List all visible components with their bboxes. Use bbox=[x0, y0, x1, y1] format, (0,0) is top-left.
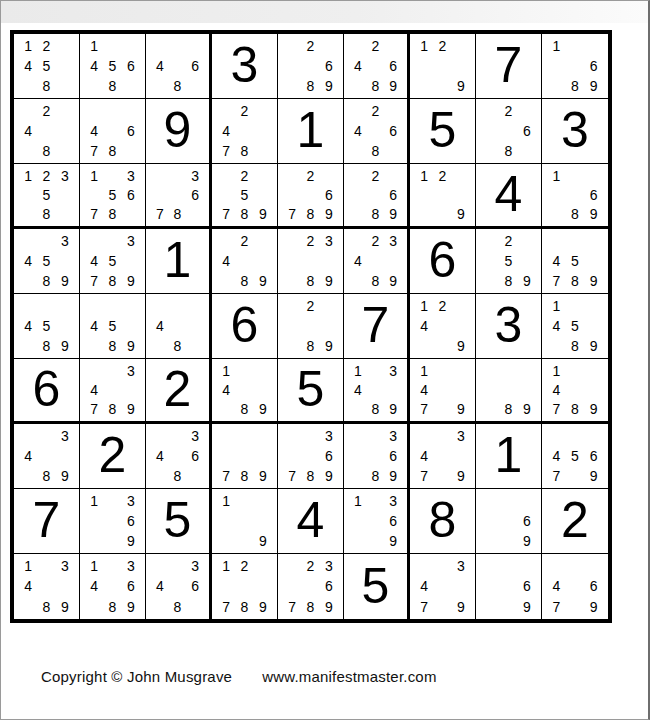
candidate-digit: 8 bbox=[169, 205, 187, 224]
cell-r6c3[interactable]: 2 bbox=[146, 359, 212, 424]
cell-r2c2[interactable]: 4678 bbox=[80, 99, 146, 164]
cell-r1c6[interactable]: 24689 bbox=[344, 34, 410, 99]
candidate-digit: 9 bbox=[452, 597, 470, 617]
candidate-digit: 1 bbox=[547, 361, 566, 380]
candidate-digit: 9 bbox=[384, 400, 402, 419]
candidate-digit: 4 bbox=[415, 316, 433, 336]
cell-r6c5[interactable]: 5 bbox=[278, 359, 344, 424]
candidate-digit: 5 bbox=[235, 185, 253, 204]
candidate-digit: 9 bbox=[122, 400, 140, 419]
candidate-digit: 2 bbox=[235, 556, 253, 576]
candidate-digit: 9 bbox=[452, 400, 470, 419]
candidate-digit: 9 bbox=[584, 76, 603, 96]
candidate-digit: 7 bbox=[217, 597, 235, 617]
candidate-digit: 4 bbox=[217, 380, 235, 399]
candidate-digit: 7 bbox=[283, 205, 301, 224]
candidate-grid: 23489 bbox=[344, 229, 407, 293]
candidate-digit: 8 bbox=[235, 597, 253, 617]
candidate-digit: 4 bbox=[547, 251, 566, 271]
candidate-digit: 9 bbox=[584, 400, 603, 419]
candidate-grid: 1689 bbox=[542, 34, 608, 98]
cell-r3c1[interactable]: 12358 bbox=[14, 164, 80, 229]
candidate-digit: 5 bbox=[499, 251, 517, 271]
candidate-digit: 9 bbox=[384, 205, 402, 224]
cell-r4c5[interactable]: 2389 bbox=[278, 229, 344, 294]
cell-r3c2[interactable]: 135678 bbox=[80, 164, 146, 229]
cell-r7c9[interactable]: 45679 bbox=[542, 424, 608, 489]
cell-r3c9[interactable]: 1689 bbox=[542, 164, 608, 229]
candidate-digit: 6 bbox=[320, 576, 338, 596]
candidate-digit: 8 bbox=[235, 205, 253, 224]
candidate-digit: 4 bbox=[151, 446, 169, 466]
cell-r8c3[interactable]: 5 bbox=[146, 489, 212, 554]
candidate-digit: 7 bbox=[85, 271, 103, 291]
candidate-digit: 9 bbox=[384, 531, 402, 551]
candidate-digit: 6 bbox=[384, 121, 402, 141]
candidate-digit: 9 bbox=[122, 336, 140, 356]
cell-r6c9[interactable]: 14789 bbox=[542, 359, 608, 424]
candidate-digit: 8 bbox=[499, 400, 517, 419]
candidate-digit: 8 bbox=[103, 205, 121, 224]
candidate-grid: 24689 bbox=[344, 34, 407, 98]
candidate-grid: 12789 bbox=[212, 554, 277, 619]
candidate-digit: 2 bbox=[367, 166, 385, 185]
candidate-grid: 1489 bbox=[212, 359, 277, 421]
candidate-digit: 6 bbox=[320, 446, 338, 466]
cell-r9c7[interactable]: 3479 bbox=[410, 554, 476, 619]
cell-r6c2[interactable]: 34789 bbox=[80, 359, 146, 424]
candidate-digit: 3 bbox=[186, 426, 204, 446]
candidate-digit: 1 bbox=[349, 361, 367, 380]
candidate-grid: 3468 bbox=[146, 554, 209, 619]
candidate-digit: 4 bbox=[19, 251, 37, 271]
cell-r8c2[interactable]: 1369 bbox=[80, 489, 146, 554]
cell-r8c9[interactable]: 2 bbox=[542, 489, 608, 554]
candidate-digit: 6 bbox=[122, 576, 140, 596]
cell-r8c8[interactable]: 69 bbox=[476, 489, 542, 554]
candidate-digit: 4 bbox=[151, 56, 169, 76]
candidate-digit: 8 bbox=[37, 466, 55, 486]
candidate-digit: 7 bbox=[547, 400, 566, 419]
candidate-digit: 4 bbox=[85, 121, 103, 141]
candidate-digit: 2 bbox=[433, 296, 451, 316]
candidate-digit: 9 bbox=[384, 76, 402, 96]
cell-r7c7[interactable]: 3479 bbox=[410, 424, 476, 489]
cell-value: 1 bbox=[495, 430, 523, 480]
candidate-digit: 8 bbox=[103, 76, 121, 96]
candidate-digit: 4 bbox=[547, 446, 566, 466]
candidate-digit: 3 bbox=[56, 231, 74, 251]
cell-value: 4 bbox=[495, 169, 523, 219]
cell-r6c1[interactable]: 6 bbox=[14, 359, 80, 424]
candidate-digit: 2 bbox=[301, 556, 319, 576]
cell-r9c4[interactable]: 12789 bbox=[212, 554, 278, 619]
cell-r7c5[interactable]: 36789 bbox=[278, 424, 344, 489]
cell-r7c2[interactable]: 2 bbox=[80, 424, 146, 489]
candidate-digit: 5 bbox=[37, 251, 55, 271]
window-top-strip bbox=[1, 1, 648, 23]
candidate-digit: 8 bbox=[37, 205, 55, 224]
cell-r1c3[interactable]: 468 bbox=[146, 34, 212, 99]
cell-r9c5[interactable]: 236789 bbox=[278, 554, 344, 619]
candidate-digit: 6 bbox=[384, 56, 402, 76]
candidate-digit: 6 bbox=[518, 576, 536, 596]
candidate-digit: 4 bbox=[85, 251, 103, 271]
candidate-digit: 9 bbox=[122, 597, 140, 617]
candidate-grid: 236789 bbox=[278, 554, 343, 619]
candidate-digit: 9 bbox=[518, 531, 536, 551]
cell-r2c5[interactable]: 1 bbox=[278, 99, 344, 164]
candidate-digit: 3 bbox=[384, 361, 402, 380]
candidate-digit: 3 bbox=[56, 556, 74, 576]
cell-r9c6[interactable]: 5 bbox=[344, 554, 410, 619]
candidate-digit: 8 bbox=[103, 271, 121, 291]
candidate-digit: 5 bbox=[37, 316, 55, 336]
candidate-digit: 9 bbox=[320, 205, 338, 224]
candidate-digit: 2 bbox=[37, 101, 55, 121]
candidate-digit: 5 bbox=[37, 56, 55, 76]
candidate-digit: 9 bbox=[122, 271, 140, 291]
candidate-digit: 7 bbox=[283, 597, 301, 617]
candidate-grid: 69 bbox=[476, 489, 541, 553]
cell-r8c5[interactable]: 4 bbox=[278, 489, 344, 554]
candidate-digit: 4 bbox=[349, 56, 367, 76]
cell-value: 5 bbox=[362, 561, 390, 611]
candidate-digit: 3 bbox=[186, 556, 204, 576]
copyright-text: Copyright © John Musgrave bbox=[41, 668, 232, 685]
cell-r1c1[interactable]: 12458 bbox=[14, 34, 80, 99]
candidate-digit: 2 bbox=[433, 36, 451, 56]
candidate-digit: 1 bbox=[85, 36, 103, 56]
cell-r2c9[interactable]: 3 bbox=[542, 99, 608, 164]
cell-r1c4[interactable]: 3 bbox=[212, 34, 278, 99]
candidate-digit: 8 bbox=[367, 271, 385, 291]
cell-r3c8[interactable]: 4 bbox=[476, 164, 542, 229]
candidate-digit: 9 bbox=[452, 466, 470, 486]
candidate-digit: 9 bbox=[320, 76, 338, 96]
candidate-digit: 3 bbox=[384, 231, 402, 251]
candidate-grid: 13489 bbox=[14, 554, 79, 619]
candidate-digit: 8 bbox=[566, 271, 585, 291]
candidate-digit: 1 bbox=[85, 556, 103, 576]
candidate-digit: 8 bbox=[37, 336, 55, 356]
candidate-grid: 36789 bbox=[278, 424, 343, 488]
page: 1245814568468326892468912971689248467892… bbox=[0, 0, 650, 720]
candidate-digit: 4 bbox=[85, 380, 103, 399]
cell-r9c3[interactable]: 3468 bbox=[146, 554, 212, 619]
candidate-grid: 45789 bbox=[542, 229, 608, 293]
cell-r5c3[interactable]: 48 bbox=[146, 294, 212, 359]
candidate-digit: 8 bbox=[566, 205, 585, 224]
candidate-digit: 4 bbox=[19, 56, 37, 76]
candidate-digit: 8 bbox=[566, 336, 585, 356]
cell-value: 2 bbox=[164, 364, 192, 414]
cell-r9c9[interactable]: 4679 bbox=[542, 554, 608, 619]
candidate-digit: 4 bbox=[415, 576, 433, 596]
candidate-digit: 9 bbox=[518, 597, 536, 617]
cell-value: 4 bbox=[297, 495, 325, 545]
candidate-digit: 6 bbox=[186, 56, 204, 76]
candidate-digit: 8 bbox=[367, 466, 385, 486]
cell-r1c7[interactable]: 129 bbox=[410, 34, 476, 99]
candidate-digit: 9 bbox=[254, 597, 272, 617]
cell-r6c8[interactable]: 89 bbox=[476, 359, 542, 424]
candidate-digit: 7 bbox=[217, 205, 235, 224]
cell-r4c4[interactable]: 2489 bbox=[212, 229, 278, 294]
candidate-grid: 12458 bbox=[14, 34, 79, 98]
cell-r2c1[interactable]: 248 bbox=[14, 99, 80, 164]
cell-r3c7[interactable]: 129 bbox=[410, 164, 476, 229]
candidate-grid: 789 bbox=[212, 424, 277, 488]
candidate-digit: 7 bbox=[217, 141, 235, 161]
candidate-digit: 9 bbox=[254, 271, 272, 291]
candidate-digit: 9 bbox=[254, 531, 272, 551]
candidate-digit: 2 bbox=[433, 166, 451, 185]
candidate-digit: 4 bbox=[85, 316, 103, 336]
cell-r9c1[interactable]: 13489 bbox=[14, 554, 80, 619]
cell-value: 1 bbox=[164, 235, 192, 285]
candidate-digit: 8 bbox=[103, 336, 121, 356]
candidate-grid: 289 bbox=[278, 294, 343, 358]
candidate-digit: 6 bbox=[122, 185, 140, 204]
candidate-digit: 5 bbox=[566, 251, 585, 271]
candidate-digit: 6 bbox=[186, 185, 204, 204]
cell-value: 3 bbox=[495, 300, 523, 350]
candidate-digit: 8 bbox=[301, 76, 319, 96]
candidate-digit: 5 bbox=[103, 56, 121, 76]
candidate-digit: 9 bbox=[254, 205, 272, 224]
cell-value: 3 bbox=[561, 105, 589, 155]
cell-r9c8[interactable]: 69 bbox=[476, 554, 542, 619]
candidate-digit: 8 bbox=[367, 76, 385, 96]
candidate-digit: 2 bbox=[367, 101, 385, 121]
cell-r2c6[interactable]: 2468 bbox=[344, 99, 410, 164]
candidate-digit: 9 bbox=[384, 466, 402, 486]
candidate-grid: 1249 bbox=[410, 294, 475, 358]
cell-r2c7[interactable]: 5 bbox=[410, 99, 476, 164]
candidate-digit: 6 bbox=[122, 511, 140, 531]
cell-r7c6[interactable]: 3689 bbox=[344, 424, 410, 489]
candidate-grid: 3489 bbox=[14, 424, 79, 488]
candidate-digit: 4 bbox=[547, 576, 566, 596]
candidate-digit: 2 bbox=[499, 101, 517, 121]
candidate-digit: 3 bbox=[122, 556, 140, 576]
candidate-grid: 3479 bbox=[410, 424, 475, 488]
candidate-digit: 7 bbox=[85, 205, 103, 224]
candidate-digit: 1 bbox=[217, 491, 235, 511]
candidate-grid: 2478 bbox=[212, 99, 277, 163]
sudoku-board: 1245814568468326892468912971689248467892… bbox=[10, 30, 612, 623]
candidate-grid: 134689 bbox=[80, 554, 145, 619]
cell-r3c4[interactable]: 25789 bbox=[212, 164, 278, 229]
cell-r5c8[interactable]: 3 bbox=[476, 294, 542, 359]
candidate-digit: 8 bbox=[301, 205, 319, 224]
candidate-digit: 4 bbox=[217, 121, 235, 141]
candidate-digit: 4 bbox=[217, 251, 235, 271]
cell-r4c1[interactable]: 34589 bbox=[14, 229, 80, 294]
candidate-digit: 8 bbox=[169, 597, 187, 617]
candidate-digit: 9 bbox=[452, 76, 470, 96]
candidate-digit: 8 bbox=[301, 597, 319, 617]
candidate-digit: 1 bbox=[415, 361, 433, 380]
candidate-digit: 3 bbox=[186, 166, 204, 185]
candidate-digit: 9 bbox=[384, 271, 402, 291]
cell-r2c4[interactable]: 2478 bbox=[212, 99, 278, 164]
candidate-grid: 3468 bbox=[146, 424, 209, 488]
candidate-grid: 19 bbox=[212, 489, 277, 553]
cell-r6c7[interactable]: 1479 bbox=[410, 359, 476, 424]
candidate-digit: 6 bbox=[584, 56, 603, 76]
cell-r8c7[interactable]: 8 bbox=[410, 489, 476, 554]
candidate-digit: 2 bbox=[235, 231, 253, 251]
cell-r4c6[interactable]: 23489 bbox=[344, 229, 410, 294]
candidate-digit: 1 bbox=[547, 296, 566, 316]
candidate-grid: 2589 bbox=[476, 229, 541, 293]
candidate-digit: 6 bbox=[186, 446, 204, 466]
cell-r1c5[interactable]: 2689 bbox=[278, 34, 344, 99]
candidate-grid: 135678 bbox=[80, 164, 145, 226]
candidate-digit: 9 bbox=[584, 597, 603, 617]
candidate-digit: 6 bbox=[584, 446, 603, 466]
candidate-grid: 3689 bbox=[344, 424, 407, 488]
candidate-digit: 8 bbox=[566, 76, 585, 96]
candidate-digit: 4 bbox=[19, 446, 37, 466]
cell-r1c8[interactable]: 7 bbox=[476, 34, 542, 99]
cell-r5c2[interactable]: 4589 bbox=[80, 294, 146, 359]
cell-r7c8[interactable]: 1 bbox=[476, 424, 542, 489]
cell-value: 7 bbox=[495, 40, 523, 90]
candidate-grid: 345789 bbox=[80, 229, 145, 293]
candidate-digit: 6 bbox=[384, 446, 402, 466]
candidate-digit: 6 bbox=[186, 576, 204, 596]
candidate-digit: 5 bbox=[103, 251, 121, 271]
cell-value: 6 bbox=[33, 364, 61, 414]
cell-r5c5[interactable]: 289 bbox=[278, 294, 344, 359]
candidate-digit: 9 bbox=[320, 597, 338, 617]
candidate-digit: 8 bbox=[499, 141, 517, 161]
candidate-digit: 9 bbox=[56, 271, 74, 291]
candidate-digit: 7 bbox=[85, 141, 103, 161]
candidate-digit: 9 bbox=[56, 466, 74, 486]
candidate-digit: 3 bbox=[56, 166, 74, 185]
cell-r5c4[interactable]: 6 bbox=[212, 294, 278, 359]
cell-r6c6[interactable]: 13489 bbox=[344, 359, 410, 424]
cell-r4c8[interactable]: 2589 bbox=[476, 229, 542, 294]
cell-r1c2[interactable]: 14568 bbox=[80, 34, 146, 99]
cell-r5c1[interactable]: 4589 bbox=[14, 294, 80, 359]
candidate-digit: 1 bbox=[85, 491, 103, 511]
candidate-digit: 1 bbox=[19, 556, 37, 576]
cell-r4c2[interactable]: 345789 bbox=[80, 229, 146, 294]
candidate-digit: 1 bbox=[415, 296, 433, 316]
cell-r8c1[interactable]: 7 bbox=[14, 489, 80, 554]
candidate-digit: 9 bbox=[452, 336, 470, 356]
candidate-grid: 13489 bbox=[344, 359, 407, 421]
candidate-digit: 8 bbox=[37, 141, 55, 161]
candidate-digit: 9 bbox=[254, 400, 272, 419]
cell-r1c9[interactable]: 1689 bbox=[542, 34, 608, 99]
cell-value: 7 bbox=[33, 495, 61, 545]
candidate-grid: 14568 bbox=[80, 34, 145, 98]
cell-r3c5[interactable]: 26789 bbox=[278, 164, 344, 229]
candidate-digit: 9 bbox=[518, 400, 536, 419]
candidate-digit: 1 bbox=[19, 166, 37, 185]
cell-value: 1 bbox=[297, 105, 325, 155]
candidate-digit: 1 bbox=[217, 361, 235, 380]
candidate-grid: 1369 bbox=[344, 489, 407, 553]
cell-r3c6[interactable]: 2689 bbox=[344, 164, 410, 229]
candidate-digit: 3 bbox=[320, 231, 338, 251]
cell-r2c8[interactable]: 268 bbox=[476, 99, 542, 164]
candidate-digit: 5 bbox=[103, 185, 121, 204]
cell-r8c6[interactable]: 1369 bbox=[344, 489, 410, 554]
cell-r4c3[interactable]: 1 bbox=[146, 229, 212, 294]
candidate-digit: 8 bbox=[169, 336, 187, 356]
candidate-digit: 3 bbox=[384, 491, 402, 511]
candidate-digit: 1 bbox=[547, 166, 566, 185]
candidate-digit: 3 bbox=[122, 166, 140, 185]
cell-r7c1[interactable]: 3489 bbox=[14, 424, 80, 489]
candidate-grid: 34589 bbox=[14, 229, 79, 293]
candidate-grid: 12358 bbox=[14, 164, 79, 226]
candidate-digit: 4 bbox=[349, 380, 367, 399]
footer: Copyright © John Musgravewww.manifestmas… bbox=[41, 668, 648, 685]
cell-r5c9[interactable]: 14589 bbox=[542, 294, 608, 359]
cell-r4c9[interactable]: 45789 bbox=[542, 229, 608, 294]
cell-r4c7[interactable]: 6 bbox=[410, 229, 476, 294]
candidate-digit: 3 bbox=[320, 556, 338, 576]
candidate-digit: 9 bbox=[584, 205, 603, 224]
candidate-digit: 8 bbox=[301, 271, 319, 291]
cell-value: 7 bbox=[362, 300, 390, 350]
candidate-digit: 8 bbox=[499, 271, 517, 291]
candidate-digit: 8 bbox=[235, 400, 253, 419]
cell-r3c3[interactable]: 3678 bbox=[146, 164, 212, 229]
cell-r5c7[interactable]: 1249 bbox=[410, 294, 476, 359]
candidate-grid: 2468 bbox=[344, 99, 407, 163]
candidate-digit: 2 bbox=[499, 231, 517, 251]
candidate-digit: 6 bbox=[584, 576, 603, 596]
candidate-digit: 8 bbox=[103, 400, 121, 419]
cell-r5c6[interactable]: 7 bbox=[344, 294, 410, 359]
candidate-digit: 7 bbox=[547, 597, 566, 617]
candidate-digit: 9 bbox=[452, 205, 470, 224]
candidate-grid: 468 bbox=[146, 34, 209, 98]
candidate-digit: 9 bbox=[584, 271, 603, 291]
candidate-digit: 8 bbox=[367, 141, 385, 161]
candidate-digit: 1 bbox=[349, 491, 367, 511]
cell-r7c3[interactable]: 3468 bbox=[146, 424, 212, 489]
candidate-grid: 1479 bbox=[410, 359, 475, 421]
candidate-digit: 8 bbox=[37, 76, 55, 96]
cell-r2c3[interactable]: 9 bbox=[146, 99, 212, 164]
candidate-grid: 2689 bbox=[344, 164, 407, 226]
candidate-digit: 4 bbox=[547, 316, 566, 336]
cell-r6c4[interactable]: 1489 bbox=[212, 359, 278, 424]
candidate-digit: 2 bbox=[37, 166, 55, 185]
candidate-digit: 9 bbox=[56, 597, 74, 617]
cell-value: 5 bbox=[429, 105, 457, 155]
cell-value: 2 bbox=[561, 495, 589, 545]
candidate-digit: 7 bbox=[283, 466, 301, 486]
candidate-digit: 4 bbox=[415, 380, 433, 399]
cell-r8c4[interactable]: 19 bbox=[212, 489, 278, 554]
candidate-digit: 4 bbox=[19, 316, 37, 336]
candidate-grid: 4589 bbox=[14, 294, 79, 358]
candidate-digit: 4 bbox=[85, 56, 103, 76]
cell-r7c4[interactable]: 789 bbox=[212, 424, 278, 489]
cell-r9c2[interactable]: 134689 bbox=[80, 554, 146, 619]
